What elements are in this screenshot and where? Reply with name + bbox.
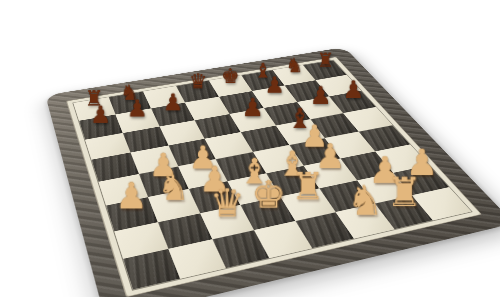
white-rook[interactable]: ♜: [291, 167, 325, 205]
black-pawn[interactable]: ♟: [264, 75, 284, 97]
black-pawn[interactable]: ♟: [242, 95, 265, 120]
black-rook[interactable]: ♜: [316, 51, 334, 71]
black-pawn[interactable]: ♟: [342, 78, 364, 102]
black-knight[interactable]: ♞: [285, 56, 303, 76]
black-pawn[interactable]: ♟: [127, 98, 148, 122]
white-queen[interactable]: ♛: [210, 184, 245, 223]
white-knight[interactable]: ♞: [158, 170, 190, 206]
white-knight[interactable]: ♞: [347, 181, 384, 222]
product-photo: ♜♞♛♚♝♞♜♟♟♟♟♟♟♟♝♟♟♟♟♞♟♝♝♟♛♚♜♟♟♞♜: [0, 0, 500, 297]
chess-board: ♜♞♛♚♝♞♜♟♟♟♟♟♟♟♝♟♟♟♟♞♟♝♝♟♛♚♜♟♟♞♜: [45, 47, 500, 297]
black-king[interactable]: ♚: [222, 66, 240, 86]
black-pawn[interactable]: ♟: [90, 104, 111, 128]
white-rook[interactable]: ♜: [386, 173, 422, 213]
black-pawn[interactable]: ♟: [162, 92, 183, 115]
white-king[interactable]: ♚: [251, 176, 285, 214]
black-queen[interactable]: ♛: [189, 71, 207, 92]
white-pawn[interactable]: ♟: [116, 178, 148, 214]
